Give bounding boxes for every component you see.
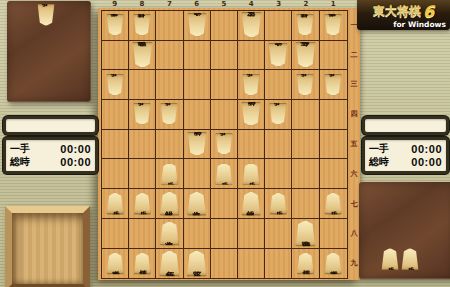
- square-8c[interactable]: [129, 70, 156, 100]
- app-subtitle: for Windows: [357, 21, 450, 29]
- square-6e[interactable]: 銀将: [184, 130, 211, 160]
- square-2e[interactable]: [292, 130, 319, 160]
- piece-kanji: 金将: [192, 24, 201, 26]
- piece-P[interactable]: 歩兵: [106, 192, 124, 214]
- piece-P[interactable]: 歩兵: [133, 192, 151, 214]
- square-8i[interactable]: 桂馬: [129, 249, 156, 279]
- piece-kanji: 歩兵: [42, 14, 50, 16]
- square-4d[interactable]: 銀将: [238, 100, 265, 130]
- piece-kanji: 歩兵: [247, 84, 255, 86]
- piece-P[interactable]: 歩兵: [160, 163, 178, 185]
- square-3d[interactable]: 歩兵: [265, 100, 292, 130]
- rank-label-3: 三: [348, 70, 360, 100]
- square-7f[interactable]: 歩兵: [156, 159, 183, 189]
- piece-kanji: 金将: [192, 202, 201, 204]
- piece-kanji: 歩兵: [301, 84, 309, 86]
- square-3g[interactable]: 歩兵: [265, 189, 292, 219]
- piece-l[interactable]: 香車: [106, 14, 124, 36]
- piece-p[interactable]: 歩兵: [133, 103, 151, 125]
- square-4a[interactable]: 玉将: [238, 11, 265, 41]
- square-3i[interactable]: [265, 249, 292, 279]
- piece-kanji: 歩兵: [138, 202, 146, 204]
- piece-kanji: 歩兵: [220, 173, 228, 175]
- square-4i[interactable]: [238, 249, 265, 279]
- square-8h[interactable]: [129, 219, 156, 249]
- square-8a[interactable]: 桂馬: [129, 11, 156, 41]
- square-2i[interactable]: 桂馬: [292, 249, 319, 279]
- square-2g[interactable]: [292, 189, 319, 219]
- square-9i[interactable]: 香車: [102, 249, 129, 279]
- piece-kanji: 歩兵: [138, 113, 146, 115]
- square-3a[interactable]: [265, 11, 292, 41]
- piece-kanji: 桂馬: [301, 262, 309, 264]
- rank-label-2: 二: [348, 40, 360, 70]
- left-clock: 一手 00:00 総時 00:00: [3, 137, 98, 174]
- square-4c[interactable]: 歩兵: [238, 70, 265, 100]
- square-2c[interactable]: 歩兵: [292, 70, 319, 100]
- piece-kanji: 歩兵: [220, 143, 228, 145]
- file-label-6: 6: [183, 0, 210, 9]
- piece-kanji: 桂馬: [301, 24, 309, 26]
- app-title: 東大将棋: [373, 3, 421, 20]
- square-5g[interactable]: [211, 189, 238, 219]
- piece-kanji: 歩兵: [165, 173, 173, 175]
- square-9e[interactable]: [102, 130, 129, 160]
- piece-kanji: 歩兵: [329, 202, 337, 204]
- piece-kanji: 歩兵: [274, 202, 282, 204]
- piece-kanji: 桂馬: [138, 24, 146, 26]
- piece-kanji: 歩兵: [111, 202, 119, 204]
- piece-l[interactable]: 香車: [324, 14, 342, 36]
- square-5i[interactable]: [211, 249, 238, 279]
- square-1h[interactable]: [320, 219, 347, 249]
- piece-kanji: 歩兵: [247, 173, 255, 175]
- square-2b[interactable]: 角行: [292, 41, 319, 71]
- piece-p[interactable]: 歩兵: [242, 74, 260, 96]
- piece-kanji: 歩兵: [329, 84, 337, 86]
- left-player-panel: 一手 00:00 総時 00:00: [3, 116, 98, 174]
- square-5d[interactable]: [211, 100, 238, 130]
- piece-kanji: 歩兵: [386, 258, 394, 260]
- piece-P[interactable]: 歩兵: [242, 163, 260, 185]
- file-label-2: 2: [292, 0, 319, 9]
- piece-kanji: 角行: [165, 262, 174, 264]
- square-7i[interactable]: 角行: [156, 249, 183, 279]
- file-labels: 987654321: [101, 0, 347, 9]
- piece-k[interactable]: 玉将: [241, 12, 262, 38]
- piece-kanji: 角行: [301, 54, 310, 56]
- piece-p[interactable]: 歩兵: [324, 74, 342, 96]
- left-move-time-value: 00:00: [60, 143, 91, 155]
- square-8d[interactable]: 歩兵: [129, 100, 156, 130]
- todai-shogi-window: 987654321 一二三四五六七八九 香車桂馬金将玉将桂馬香車飛車金将角行歩兵…: [0, 0, 450, 287]
- square-6a[interactable]: 金将: [184, 11, 211, 41]
- square-4b[interactable]: [238, 41, 265, 71]
- square-6d[interactable]: [184, 100, 211, 130]
- square-9g[interactable]: 歩兵: [102, 189, 129, 219]
- app-logo: 東大将棋 6 for Windows: [357, 0, 450, 30]
- piece-p[interactable]: 歩兵: [215, 133, 233, 155]
- right-total-time-label: 総時: [369, 155, 389, 169]
- file-label-3: 3: [265, 0, 292, 9]
- square-6c[interactable]: [184, 70, 211, 100]
- piece-B[interactable]: 角行: [159, 250, 180, 276]
- app-edition: 6: [423, 2, 434, 21]
- gote-hand: 歩兵: [37, 4, 55, 26]
- square-9c[interactable]: 歩兵: [102, 70, 129, 100]
- piece-kanji: 歩兵: [111, 84, 119, 86]
- gote-piece-stand[interactable]: 歩兵: [7, 1, 91, 102]
- piece-g[interactable]: 金将: [187, 13, 207, 37]
- square-4e[interactable]: [238, 130, 265, 160]
- piece-K[interactable]: 王将: [186, 250, 207, 276]
- piece-n[interactable]: 桂馬: [296, 14, 314, 36]
- square-5b[interactable]: [211, 41, 238, 71]
- right-move-time-label: 一手: [369, 142, 389, 156]
- file-label-1: 1: [320, 0, 347, 9]
- square-8f[interactable]: [129, 159, 156, 189]
- square-5e[interactable]: 歩兵: [211, 130, 238, 160]
- square-7a[interactable]: [156, 11, 183, 41]
- piece-P[interactable]: 歩兵: [269, 192, 287, 214]
- piece-kanji: 銀将: [192, 143, 201, 145]
- square-2d[interactable]: [292, 100, 319, 130]
- piece-kanji: 金将: [165, 232, 174, 234]
- square-7b[interactable]: [156, 41, 183, 71]
- piece-P[interactable]: 歩兵: [401, 248, 419, 270]
- piece-kanji: 王将: [192, 262, 201, 264]
- file-label-7: 7: [156, 0, 183, 9]
- square-1c[interactable]: 歩兵: [320, 70, 347, 100]
- right-player-name: [362, 116, 449, 135]
- file-label-5: 5: [210, 0, 237, 9]
- square-9h[interactable]: [102, 219, 129, 249]
- piece-P[interactable]: 歩兵: [324, 192, 342, 214]
- file-label-8: 8: [128, 0, 155, 9]
- square-9a[interactable]: 香車: [102, 11, 129, 41]
- square-1b[interactable]: [320, 41, 347, 71]
- piece-g[interactable]: 金将: [268, 43, 288, 67]
- square-1e[interactable]: [320, 130, 347, 160]
- square-1g[interactable]: 歩兵: [320, 189, 347, 219]
- right-clock: 一手 00:00 総時 00:00: [362, 137, 449, 174]
- square-5c[interactable]: [211, 70, 238, 100]
- square-2f[interactable]: [292, 159, 319, 189]
- piece-p[interactable]: 歩兵: [296, 74, 314, 96]
- piece-kanji: 銀将: [247, 202, 256, 204]
- rank-label-4: 四: [348, 99, 360, 129]
- square-7g[interactable]: 銀将: [156, 189, 183, 219]
- piece-P[interactable]: 歩兵: [381, 248, 399, 270]
- square-1a[interactable]: 香車: [320, 11, 347, 41]
- piece-N[interactable]: 桂馬: [296, 252, 314, 274]
- square-6h[interactable]: [184, 219, 211, 249]
- piece-G[interactable]: 金将: [159, 221, 179, 245]
- piece-kanji: 玉将: [247, 24, 256, 26]
- right-total-time-value: 00:00: [411, 156, 442, 168]
- piece-kanji: 香車: [329, 24, 337, 26]
- square-1i[interactable]: 香車: [320, 249, 347, 279]
- left-move-time-label: 一手: [10, 142, 30, 156]
- square-1d[interactable]: [320, 100, 347, 130]
- square-4g[interactable]: 銀将: [238, 189, 265, 219]
- piece-r[interactable]: 飛車: [132, 42, 153, 68]
- piece-P[interactable]: 歩兵: [215, 163, 233, 185]
- square-2a[interactable]: 桂馬: [292, 11, 319, 41]
- square-3e[interactable]: [265, 130, 292, 160]
- piece-b[interactable]: 角行: [295, 42, 316, 68]
- piece-kanji: 飛車: [138, 54, 147, 56]
- piece-S[interactable]: 銀将: [159, 191, 179, 215]
- left-total-time-value: 00:00: [60, 156, 91, 168]
- piece-p[interactable]: 歩兵: [37, 4, 55, 26]
- right-move-time-value: 00:00: [411, 143, 442, 155]
- sente-piece-stand[interactable]: 歩兵歩兵: [359, 182, 450, 279]
- piece-s[interactable]: 銀将: [241, 102, 261, 126]
- square-7c[interactable]: [156, 70, 183, 100]
- piece-kanji: 香車: [329, 262, 337, 264]
- piece-kanji: 歩兵: [274, 113, 282, 115]
- piece-n[interactable]: 桂馬: [133, 14, 151, 36]
- square-3h[interactable]: [265, 219, 292, 249]
- piece-p[interactable]: 歩兵: [160, 103, 178, 125]
- piece-N[interactable]: 桂馬: [133, 252, 151, 274]
- piece-L[interactable]: 香車: [324, 252, 342, 274]
- piece-G[interactable]: 金将: [187, 191, 207, 215]
- piece-box: [5, 206, 90, 287]
- square-9b[interactable]: [102, 41, 129, 71]
- square-8b[interactable]: 飛車: [129, 41, 156, 71]
- piece-kanji: 歩兵: [165, 113, 173, 115]
- square-6i[interactable]: 王将: [184, 249, 211, 279]
- square-7h[interactable]: 金将: [156, 219, 183, 249]
- square-5a[interactable]: [211, 11, 238, 41]
- square-9d[interactable]: [102, 100, 129, 130]
- piece-kanji: 金将: [274, 54, 283, 56]
- sente-hand: 歩兵歩兵: [381, 248, 419, 270]
- square-3c[interactable]: [265, 70, 292, 100]
- piece-p[interactable]: 歩兵: [106, 74, 124, 96]
- square-6g[interactable]: 金将: [184, 189, 211, 219]
- square-5f[interactable]: 歩兵: [211, 159, 238, 189]
- square-3b[interactable]: 金将: [265, 41, 292, 71]
- piece-kanji: 香車: [111, 262, 119, 264]
- square-8g[interactable]: 歩兵: [129, 189, 156, 219]
- piece-R[interactable]: 飛車: [295, 220, 316, 246]
- square-2h[interactable]: 飛車: [292, 219, 319, 249]
- square-7e[interactable]: [156, 130, 183, 160]
- square-6b[interactable]: [184, 41, 211, 71]
- square-8e[interactable]: [129, 130, 156, 160]
- rank-label-5: 五: [348, 129, 360, 159]
- square-6f[interactable]: [184, 159, 211, 189]
- file-label-9: 9: [101, 0, 128, 9]
- shogi-board[interactable]: 香車桂馬金将玉将桂馬香車飛車金将角行歩兵歩兵歩兵歩兵歩兵歩兵銀将歩兵銀将歩兵歩兵…: [101, 10, 348, 279]
- piece-box-floor: [12, 213, 83, 284]
- piece-kanji: 桂馬: [138, 262, 146, 264]
- right-player-panel: 一手 00:00 総時 00:00: [362, 116, 449, 174]
- square-9f[interactable]: [102, 159, 129, 189]
- square-5h[interactable]: [211, 219, 238, 249]
- piece-kanji: 飛車: [301, 232, 310, 234]
- piece-S[interactable]: 銀将: [241, 191, 261, 215]
- piece-kanji: 銀将: [247, 113, 256, 115]
- piece-kanji: 銀将: [165, 202, 174, 204]
- piece-L[interactable]: 香車: [106, 252, 124, 274]
- piece-kanji: 歩兵: [406, 258, 414, 260]
- square-4h[interactable]: [238, 219, 265, 249]
- piece-p[interactable]: 歩兵: [269, 103, 287, 125]
- square-7d[interactable]: 歩兵: [156, 100, 183, 130]
- square-3f[interactable]: [265, 159, 292, 189]
- left-total-time-label: 総時: [10, 155, 30, 169]
- piece-kanji: 香車: [111, 24, 119, 26]
- left-player-name: [3, 116, 98, 135]
- square-1f[interactable]: [320, 159, 347, 189]
- file-label-4: 4: [238, 0, 265, 9]
- piece-s[interactable]: 銀将: [187, 132, 207, 156]
- square-4f[interactable]: 歩兵: [238, 159, 265, 189]
